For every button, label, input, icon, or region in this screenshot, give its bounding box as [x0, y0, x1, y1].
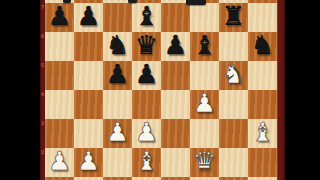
- square-g5[interactable]: ♞: [219, 61, 248, 90]
- letterbox-left: [0, 0, 40, 180]
- piece-bP-c5[interactable]: ♟: [106, 60, 129, 89]
- square-g7[interactable]: ♜: [219, 3, 248, 32]
- square-f2[interactable]: ♛: [190, 148, 219, 177]
- piece-bN-h6[interactable]: ♞: [251, 31, 274, 60]
- square-a6[interactable]: [45, 32, 74, 61]
- square-b3[interactable]: [74, 119, 103, 148]
- square-f3[interactable]: [190, 119, 219, 148]
- square-c6[interactable]: ♞: [103, 32, 132, 61]
- square-b6[interactable]: [74, 32, 103, 61]
- square-a4[interactable]: [45, 90, 74, 119]
- square-b1[interactable]: [74, 177, 103, 180]
- square-e7[interactable]: [161, 3, 190, 32]
- cropped-piece-base-f8: [186, 0, 206, 5]
- piece-wP-c3[interactable]: ♟: [106, 118, 129, 147]
- square-d4[interactable]: [132, 90, 161, 119]
- piece-wP-b2[interactable]: ♟: [77, 147, 100, 176]
- square-b5[interactable]: [74, 61, 103, 90]
- square-c3[interactable]: ♟: [103, 119, 132, 148]
- piece-bB-d7[interactable]: ♝: [135, 2, 158, 31]
- rank-label-7: 7: [40, 5, 45, 10]
- square-e2[interactable]: [161, 148, 190, 177]
- square-c5[interactable]: ♟: [103, 61, 132, 90]
- piece-wN-g5[interactable]: ♞: [222, 60, 245, 89]
- square-e4[interactable]: [161, 90, 190, 119]
- square-f1[interactable]: [190, 177, 219, 180]
- square-c2[interactable]: [103, 148, 132, 177]
- rank-label-6: 6: [40, 34, 45, 39]
- square-d3[interactable]: ♟: [132, 119, 161, 148]
- square-f4[interactable]: ♟: [190, 90, 219, 119]
- cropped-piece-base-a8: [63, 0, 71, 3]
- rank-label-3: 3: [40, 121, 45, 126]
- square-h7[interactable]: [248, 3, 277, 32]
- square-d7[interactable]: ♝: [132, 3, 161, 32]
- square-h5[interactable]: [248, 61, 277, 90]
- square-h2[interactable]: [248, 148, 277, 177]
- square-f5[interactable]: [190, 61, 219, 90]
- square-a1[interactable]: [45, 177, 74, 180]
- square-g6[interactable]: [219, 32, 248, 61]
- square-d5[interactable]: ♟: [132, 61, 161, 90]
- piece-bP-a7[interactable]: ♟: [48, 2, 71, 31]
- square-d2[interactable]: ♝: [132, 148, 161, 177]
- square-h6[interactable]: ♞: [248, 32, 277, 61]
- piece-bP-e6[interactable]: ♟: [164, 31, 187, 60]
- board-border-right: [277, 0, 285, 180]
- square-e3[interactable]: [161, 119, 190, 148]
- square-b7[interactable]: ♟: [74, 3, 103, 32]
- square-e6[interactable]: ♟: [161, 32, 190, 61]
- square-c1[interactable]: [103, 177, 132, 180]
- square-g3[interactable]: [219, 119, 248, 148]
- square-c4[interactable]: [103, 90, 132, 119]
- square-e5[interactable]: [161, 61, 190, 90]
- square-a7[interactable]: ♟: [45, 3, 74, 32]
- square-a2[interactable]: ♟: [45, 148, 74, 177]
- square-g1[interactable]: [219, 177, 248, 180]
- piece-bP-d5[interactable]: ♟: [135, 60, 158, 89]
- square-a3[interactable]: [45, 119, 74, 148]
- piece-wB-d2[interactable]: ♝: [135, 147, 158, 176]
- piece-bB-f6[interactable]: ♝: [193, 31, 216, 60]
- piece-bR-g7[interactable]: ♜: [222, 2, 245, 31]
- square-a5[interactable]: [45, 61, 74, 90]
- square-f6[interactable]: ♝: [190, 32, 219, 61]
- square-h1[interactable]: [248, 177, 277, 180]
- rank-label-4: 4: [40, 92, 45, 97]
- cropped-piece-base-c8: [128, 0, 137, 3]
- square-e1[interactable]: [161, 177, 190, 180]
- square-h3[interactable]: ♝: [248, 119, 277, 148]
- rank-label-2: 2: [40, 150, 45, 155]
- square-f7[interactable]: [190, 3, 219, 32]
- letterbox-right: [285, 0, 320, 180]
- board-border-left: 765432: [40, 0, 45, 180]
- chess-board: ♟♟♝♜♞♛♟♝♞♟♟♞♟♟♟♝♟♟♝♛: [45, 0, 277, 180]
- piece-wP-a2[interactable]: ♟: [48, 147, 71, 176]
- square-c7[interactable]: [103, 3, 132, 32]
- piece-wP-f4[interactable]: ♟: [193, 89, 216, 118]
- square-h4[interactable]: [248, 90, 277, 119]
- chess-screenshot-stage: ♟♟♝♜♞♛♟♝♞♟♟♞♟♟♟♝♟♟♝♛ 765432: [0, 0, 320, 180]
- piece-bP-b7[interactable]: ♟: [77, 2, 100, 31]
- piece-wQ-f2[interactable]: ♛: [193, 147, 216, 176]
- square-d6[interactable]: ♛: [132, 32, 161, 61]
- piece-wB-h3[interactable]: ♝: [251, 118, 274, 147]
- piece-bQ-d6[interactable]: ♛: [135, 31, 158, 60]
- square-g4[interactable]: [219, 90, 248, 119]
- square-d1[interactable]: [132, 177, 161, 180]
- square-b2[interactable]: ♟: [74, 148, 103, 177]
- piece-bN-c6[interactable]: ♞: [106, 31, 129, 60]
- square-g2[interactable]: [219, 148, 248, 177]
- square-b4[interactable]: [74, 90, 103, 119]
- piece-wP-d3[interactable]: ♟: [135, 118, 158, 147]
- rank-label-5: 5: [40, 63, 45, 68]
